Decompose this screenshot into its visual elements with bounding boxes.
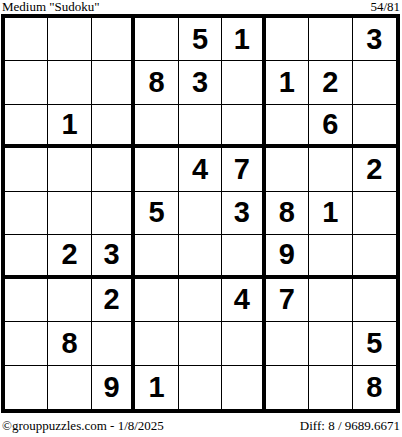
cell-r9c6[interactable] xyxy=(222,366,265,409)
cell-r7c8[interactable] xyxy=(309,279,352,322)
cell-r5c2[interactable] xyxy=(48,192,91,235)
cell-r3c4[interactable] xyxy=(135,105,178,148)
empty-cell-counter: 54/81 xyxy=(370,0,400,13)
cell-r6c8[interactable] xyxy=(309,235,352,278)
cell-r6c9[interactable] xyxy=(353,235,396,278)
cell-r7c6[interactable]: 4 xyxy=(222,279,265,322)
cell-r5c3[interactable] xyxy=(92,192,135,235)
cell-r6c3[interactable]: 3 xyxy=(92,235,135,278)
cell-r5c1[interactable] xyxy=(5,192,48,235)
cell-r8c1[interactable] xyxy=(5,322,48,365)
cell-r1c8[interactable] xyxy=(309,18,352,61)
cell-r9c4[interactable]: 1 xyxy=(135,366,178,409)
cell-r9c7[interactable] xyxy=(266,366,309,409)
cell-r5c5[interactable] xyxy=(179,192,222,235)
header: Medium "Sudoku" 54/81 xyxy=(2,0,400,14)
cell-r4c9[interactable]: 2 xyxy=(353,148,396,191)
cell-r2c7[interactable]: 1 xyxy=(266,61,309,104)
cell-r8c5[interactable] xyxy=(179,322,222,365)
cell-r8c2[interactable]: 8 xyxy=(48,322,91,365)
cell-r3c2[interactable]: 1 xyxy=(48,105,91,148)
cell-r6c7[interactable]: 9 xyxy=(266,235,309,278)
cell-r2c5[interactable]: 3 xyxy=(179,61,222,104)
sudoku-grid: 513831216472538123924785918 xyxy=(1,14,400,413)
cell-r8c4[interactable] xyxy=(135,322,178,365)
cell-r4c1[interactable] xyxy=(5,148,48,191)
cell-r9c8[interactable] xyxy=(309,366,352,409)
cell-r9c9[interactable]: 8 xyxy=(353,366,396,409)
cell-r3c9[interactable] xyxy=(353,105,396,148)
cell-r8c9[interactable]: 5 xyxy=(353,322,396,365)
cell-r3c8[interactable]: 6 xyxy=(309,105,352,148)
cell-r4c2[interactable] xyxy=(48,148,91,191)
cell-r7c2[interactable] xyxy=(48,279,91,322)
cell-r7c4[interactable] xyxy=(135,279,178,322)
cell-r2c4[interactable]: 8 xyxy=(135,61,178,104)
copyright-text: ©grouppuzzles.com - 1/8/2025 xyxy=(2,419,164,433)
cell-r7c3[interactable]: 2 xyxy=(92,279,135,322)
cell-r1c1[interactable] xyxy=(5,18,48,61)
cell-r2c9[interactable] xyxy=(353,61,396,104)
cell-r3c6[interactable] xyxy=(222,105,265,148)
cell-r1c4[interactable] xyxy=(135,18,178,61)
cell-r1c3[interactable] xyxy=(92,18,135,61)
cell-r5c4[interactable]: 5 xyxy=(135,192,178,235)
cell-r3c5[interactable] xyxy=(179,105,222,148)
cell-r6c2[interactable]: 2 xyxy=(48,235,91,278)
cell-r7c7[interactable]: 7 xyxy=(266,279,309,322)
cell-r9c3[interactable]: 9 xyxy=(92,366,135,409)
cell-r1c5[interactable]: 5 xyxy=(179,18,222,61)
cell-r4c4[interactable] xyxy=(135,148,178,191)
cell-r1c2[interactable] xyxy=(48,18,91,61)
cell-r8c8[interactable] xyxy=(309,322,352,365)
cell-r2c1[interactable] xyxy=(5,61,48,104)
cell-r4c5[interactable]: 4 xyxy=(179,148,222,191)
cell-r9c2[interactable] xyxy=(48,366,91,409)
cell-r9c5[interactable] xyxy=(179,366,222,409)
difficulty-text: Diff: 8 / 9689.6671 xyxy=(300,419,400,433)
cell-r5c9[interactable] xyxy=(353,192,396,235)
cell-r4c6[interactable]: 7 xyxy=(222,148,265,191)
cell-r7c1[interactable] xyxy=(5,279,48,322)
cell-r6c1[interactable] xyxy=(5,235,48,278)
footer: ©grouppuzzles.com - 1/8/2025 Diff: 8 / 9… xyxy=(2,419,400,433)
cell-r6c5[interactable] xyxy=(179,235,222,278)
cell-r8c3[interactable] xyxy=(92,322,135,365)
cell-r8c7[interactable] xyxy=(266,322,309,365)
cell-r7c9[interactable] xyxy=(353,279,396,322)
cell-r6c4[interactable] xyxy=(135,235,178,278)
cell-r5c6[interactable]: 3 xyxy=(222,192,265,235)
cell-r1c9[interactable]: 3 xyxy=(353,18,396,61)
cell-r8c6[interactable] xyxy=(222,322,265,365)
cell-r2c6[interactable] xyxy=(222,61,265,104)
puzzle-title: Medium "Sudoku" xyxy=(2,0,100,13)
cell-r4c7[interactable] xyxy=(266,148,309,191)
cell-r4c3[interactable] xyxy=(92,148,135,191)
cell-r1c6[interactable]: 1 xyxy=(222,18,265,61)
cell-r5c8[interactable]: 1 xyxy=(309,192,352,235)
cell-r2c2[interactable] xyxy=(48,61,91,104)
cell-r3c1[interactable] xyxy=(5,105,48,148)
cell-r2c8[interactable]: 2 xyxy=(309,61,352,104)
cell-r7c5[interactable] xyxy=(179,279,222,322)
cell-r2c3[interactable] xyxy=(92,61,135,104)
cell-r3c3[interactable] xyxy=(92,105,135,148)
cell-r6c6[interactable] xyxy=(222,235,265,278)
cell-r9c1[interactable] xyxy=(5,366,48,409)
cell-r4c8[interactable] xyxy=(309,148,352,191)
cell-r5c7[interactable]: 8 xyxy=(266,192,309,235)
cell-r1c7[interactable] xyxy=(266,18,309,61)
cell-r3c7[interactable] xyxy=(266,105,309,148)
